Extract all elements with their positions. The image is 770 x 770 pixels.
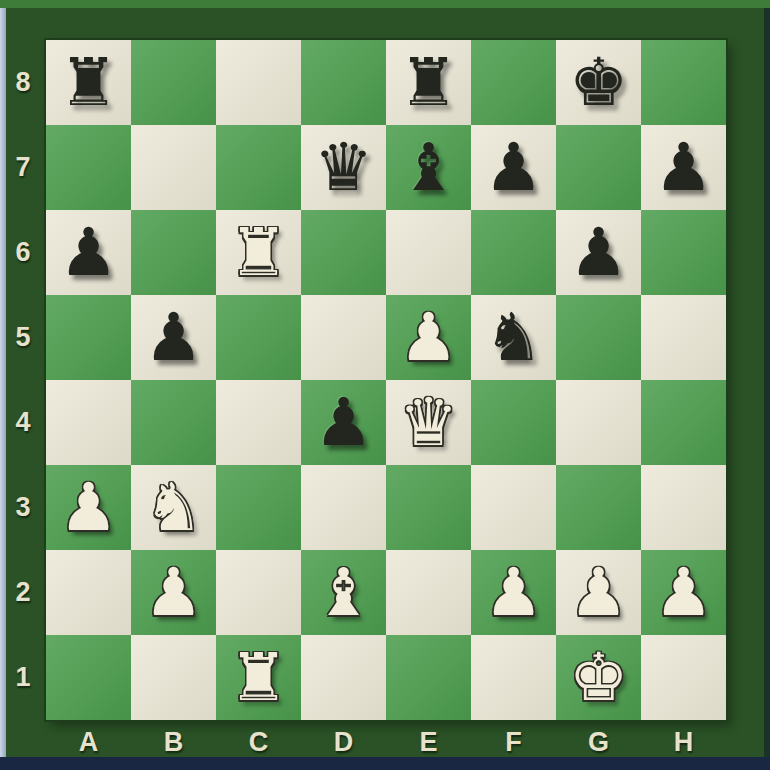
square-e3[interactable]: [386, 465, 471, 550]
square-a5[interactable]: [46, 295, 131, 380]
square-e4[interactable]: ♛: [386, 380, 471, 465]
square-c7[interactable]: [216, 125, 301, 210]
square-f3[interactable]: [471, 465, 556, 550]
square-h4[interactable]: [641, 380, 726, 465]
file-label-h: H: [641, 722, 726, 762]
square-f5[interactable]: ♞: [471, 295, 556, 380]
rank-label-1: 1: [0, 635, 46, 720]
square-h2[interactable]: ♟: [641, 550, 726, 635]
square-f1[interactable]: [471, 635, 556, 720]
square-g7[interactable]: [556, 125, 641, 210]
white-rook[interactable]: ♜: [229, 635, 288, 720]
black-pawn[interactable]: ♟: [59, 210, 118, 295]
square-e8[interactable]: ♜: [386, 40, 471, 125]
square-e2[interactable]: [386, 550, 471, 635]
square-g5[interactable]: [556, 295, 641, 380]
square-b3[interactable]: ♞: [131, 465, 216, 550]
square-g6[interactable]: ♟: [556, 210, 641, 295]
white-rook[interactable]: ♜: [229, 210, 288, 295]
square-c1[interactable]: ♜: [216, 635, 301, 720]
black-pawn[interactable]: ♟: [654, 125, 713, 210]
square-a7[interactable]: [46, 125, 131, 210]
rank-label-2: 2: [0, 550, 46, 635]
square-h5[interactable]: [641, 295, 726, 380]
square-h3[interactable]: [641, 465, 726, 550]
white-pawn[interactable]: ♟: [144, 550, 203, 635]
square-g4[interactable]: [556, 380, 641, 465]
file-label-f: F: [471, 722, 556, 762]
square-c2[interactable]: [216, 550, 301, 635]
white-queen[interactable]: ♛: [399, 380, 458, 465]
square-e1[interactable]: [386, 635, 471, 720]
black-pawn[interactable]: ♟: [569, 210, 628, 295]
black-queen[interactable]: ♛: [314, 125, 373, 210]
square-d5[interactable]: [301, 295, 386, 380]
file-label-b: B: [131, 722, 216, 762]
square-f6[interactable]: [471, 210, 556, 295]
square-b2[interactable]: ♟: [131, 550, 216, 635]
chess-board: ♜♜♚♛♝♟♟♟♜♟♟♟♞♟♛♟♞♟♝♟♟♟♜♚: [46, 40, 726, 720]
square-d3[interactable]: [301, 465, 386, 550]
rank-labels: 87654321: [0, 40, 46, 720]
square-c6[interactable]: ♜: [216, 210, 301, 295]
square-a2[interactable]: [46, 550, 131, 635]
file-label-g: G: [556, 722, 641, 762]
white-pawn[interactable]: ♟: [59, 465, 118, 550]
black-knight[interactable]: ♞: [484, 295, 543, 380]
square-d6[interactable]: [301, 210, 386, 295]
square-d8[interactable]: [301, 40, 386, 125]
board-frame: 87654321 ♜♜♚♛♝♟♟♟♜♟♟♟♞♟♛♟♞♟♝♟♟♟♜♚ ABCDEF…: [0, 0, 770, 770]
square-e6[interactable]: [386, 210, 471, 295]
white-pawn[interactable]: ♟: [399, 295, 458, 380]
file-label-c: C: [216, 722, 301, 762]
rank-label-5: 5: [0, 295, 46, 380]
frame-edge-right: [764, 8, 770, 757]
square-b5[interactable]: ♟: [131, 295, 216, 380]
square-c3[interactable]: [216, 465, 301, 550]
black-pawn[interactable]: ♟: [144, 295, 203, 380]
black-pawn[interactable]: ♟: [314, 380, 373, 465]
square-a3[interactable]: ♟: [46, 465, 131, 550]
square-g3[interactable]: [556, 465, 641, 550]
square-b1[interactable]: [131, 635, 216, 720]
square-d4[interactable]: ♟: [301, 380, 386, 465]
square-h1[interactable]: [641, 635, 726, 720]
file-labels: ABCDEFGH: [46, 722, 726, 762]
file-label-a: A: [46, 722, 131, 762]
square-g8[interactable]: ♚: [556, 40, 641, 125]
square-d2[interactable]: ♝: [301, 550, 386, 635]
square-g1[interactable]: ♚: [556, 635, 641, 720]
black-bishop[interactable]: ♝: [399, 125, 458, 210]
square-a6[interactable]: ♟: [46, 210, 131, 295]
square-c8[interactable]: [216, 40, 301, 125]
white-pawn[interactable]: ♟: [484, 550, 543, 635]
frame-edge-top: [0, 0, 770, 8]
white-pawn[interactable]: ♟: [654, 550, 713, 635]
rank-label-3: 3: [0, 465, 46, 550]
white-pawn[interactable]: ♟: [569, 550, 628, 635]
file-label-e: E: [386, 722, 471, 762]
white-knight[interactable]: ♞: [144, 465, 203, 550]
square-e7[interactable]: ♝: [386, 125, 471, 210]
square-c4[interactable]: [216, 380, 301, 465]
rank-label-6: 6: [0, 210, 46, 295]
square-c5[interactable]: [216, 295, 301, 380]
rank-label-7: 7: [0, 125, 46, 210]
square-b6[interactable]: [131, 210, 216, 295]
file-label-d: D: [301, 722, 386, 762]
square-b7[interactable]: [131, 125, 216, 210]
black-king[interactable]: ♚: [569, 40, 628, 125]
square-f7[interactable]: ♟: [471, 125, 556, 210]
square-h7[interactable]: ♟: [641, 125, 726, 210]
white-king[interactable]: ♚: [569, 635, 628, 720]
square-f4[interactable]: [471, 380, 556, 465]
square-b8[interactable]: [131, 40, 216, 125]
black-pawn[interactable]: ♟: [484, 125, 543, 210]
square-a1[interactable]: [46, 635, 131, 720]
square-h8[interactable]: [641, 40, 726, 125]
square-a4[interactable]: [46, 380, 131, 465]
square-d1[interactable]: [301, 635, 386, 720]
square-h6[interactable]: [641, 210, 726, 295]
square-a8[interactable]: ♜: [46, 40, 131, 125]
square-b4[interactable]: [131, 380, 216, 465]
square-g2[interactable]: ♟: [556, 550, 641, 635]
square-f8[interactable]: [471, 40, 556, 125]
square-d7[interactable]: ♛: [301, 125, 386, 210]
square-e5[interactable]: ♟: [386, 295, 471, 380]
square-f2[interactable]: ♟: [471, 550, 556, 635]
black-rook[interactable]: ♜: [59, 40, 118, 125]
rank-label-4: 4: [0, 380, 46, 465]
black-rook[interactable]: ♜: [399, 40, 458, 125]
white-bishop[interactable]: ♝: [314, 550, 373, 635]
rank-label-8: 8: [0, 40, 46, 125]
